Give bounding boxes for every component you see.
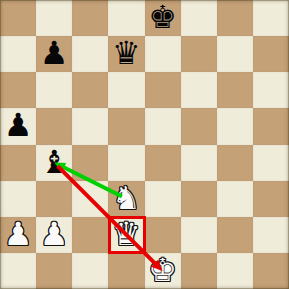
square-a3[interactable] [0,181,36,217]
square-b8[interactable] [36,0,72,36]
board-grid: ♚♟♛♟♝♞♟♟♛♚ [0,0,289,289]
square-h8[interactable] [253,0,289,36]
piece-white-pawn-b2[interactable]: ♟ [40,216,69,252]
square-a2[interactable]: ♟ [0,217,36,253]
piece-black-pawn-b7[interactable]: ♟ [40,35,69,71]
square-d1[interactable] [108,253,144,289]
square-e8[interactable]: ♚ [145,0,181,36]
square-h5[interactable] [253,108,289,144]
square-h6[interactable] [253,72,289,108]
square-c6[interactable] [72,72,108,108]
square-c7[interactable] [72,36,108,72]
square-d7[interactable]: ♛ [108,36,144,72]
square-h7[interactable] [253,36,289,72]
piece-white-king-e1[interactable]: ♚ [148,252,177,288]
square-c1[interactable] [72,253,108,289]
square-e2[interactable] [145,217,181,253]
piece-white-pawn-a2[interactable]: ♟ [4,216,33,252]
square-b5[interactable] [36,108,72,144]
square-h3[interactable] [253,181,289,217]
square-f8[interactable] [181,0,217,36]
square-d6[interactable] [108,72,144,108]
square-c2[interactable] [72,217,108,253]
square-a5[interactable]: ♟ [0,108,36,144]
piece-black-king-e8[interactable]: ♚ [148,0,177,35]
square-h1[interactable] [253,253,289,289]
square-a6[interactable] [0,72,36,108]
piece-black-queen-d7[interactable]: ♛ [112,35,141,71]
square-b6[interactable] [36,72,72,108]
square-b2[interactable]: ♟ [36,217,72,253]
square-a7[interactable] [0,36,36,72]
square-e7[interactable] [145,36,181,72]
square-a1[interactable] [0,253,36,289]
square-g5[interactable] [217,108,253,144]
square-g1[interactable] [217,253,253,289]
square-g7[interactable] [217,36,253,72]
square-f3[interactable] [181,181,217,217]
square-d5[interactable] [108,108,144,144]
square-a8[interactable] [0,0,36,36]
square-f1[interactable] [181,253,217,289]
square-e3[interactable] [145,181,181,217]
square-g2[interactable] [217,217,253,253]
square-c3[interactable] [72,181,108,217]
square-d4[interactable] [108,145,144,181]
piece-white-knight-d3[interactable]: ♞ [112,180,141,216]
square-g4[interactable] [217,145,253,181]
piece-black-bishop-b4[interactable]: ♝ [40,144,69,180]
square-f4[interactable] [181,145,217,181]
square-a4[interactable] [0,145,36,181]
square-e1[interactable]: ♚ [145,253,181,289]
square-e5[interactable] [145,108,181,144]
square-c4[interactable] [72,145,108,181]
square-f2[interactable] [181,217,217,253]
square-g8[interactable] [217,0,253,36]
square-h4[interactable] [253,145,289,181]
square-f5[interactable] [181,108,217,144]
square-d3[interactable]: ♞ [108,181,144,217]
square-b4[interactable]: ♝ [36,145,72,181]
piece-black-pawn-a5[interactable]: ♟ [4,107,33,143]
square-g6[interactable] [217,72,253,108]
piece-white-queen-d2[interactable]: ♛ [112,216,141,252]
square-g3[interactable] [217,181,253,217]
square-f6[interactable] [181,72,217,108]
square-c8[interactable] [72,0,108,36]
square-h2[interactable] [253,217,289,253]
chess-board: ♚♟♛♟♝♞♟♟♛♚ [0,0,289,289]
square-e6[interactable] [145,72,181,108]
square-c5[interactable] [72,108,108,144]
square-b7[interactable]: ♟ [36,36,72,72]
square-d8[interactable] [108,0,144,36]
square-b3[interactable] [36,181,72,217]
square-e4[interactable] [145,145,181,181]
square-d2[interactable]: ♛ [108,217,144,253]
square-f7[interactable] [181,36,217,72]
square-b1[interactable] [36,253,72,289]
